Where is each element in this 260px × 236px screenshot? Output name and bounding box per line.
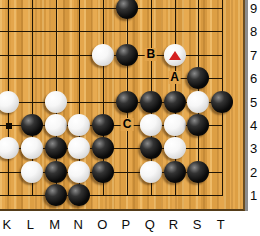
coord-bottom-L: L — [27, 218, 34, 231]
point-label-A-R6[interactable]: A — [168, 71, 181, 84]
coord-bottom-Q: Q — [145, 218, 155, 231]
coord-right-2: 2 — [250, 166, 257, 179]
stone-black-O3[interactable] — [92, 137, 114, 159]
triangle-marker-icon — [169, 51, 181, 60]
point-label-B-Q7[interactable]: B — [144, 48, 157, 61]
grid-line-row-1 — [0, 195, 223, 196]
coord-right-3: 3 — [250, 142, 257, 155]
coord-bottom-N: N — [74, 218, 83, 231]
stone-black-P7[interactable] — [116, 44, 138, 66]
stone-white-R7-marked[interactable] — [164, 44, 186, 66]
coord-right-7: 7 — [250, 49, 257, 62]
stone-black-O2[interactable] — [92, 161, 114, 183]
grid-line-row-9 — [0, 8, 223, 9]
stone-white-Q2[interactable] — [140, 161, 162, 183]
stone-black-M3[interactable] — [45, 137, 67, 159]
stone-black-L4[interactable] — [21, 114, 43, 136]
coord-right-6: 6 — [250, 72, 257, 85]
coord-bottom-P: P — [121, 218, 130, 231]
stone-white-Q4[interactable] — [140, 114, 162, 136]
stone-black-M1[interactable] — [45, 184, 67, 206]
stone-black-R5[interactable] — [164, 91, 186, 113]
stone-white-L3[interactable] — [21, 137, 43, 159]
stone-white-S5[interactable] — [187, 91, 209, 113]
coord-right-5: 5 — [250, 96, 257, 109]
go-board-diagram: BAC KLMNOPQRST987654321 — [0, 0, 260, 236]
stone-black-P5[interactable] — [116, 91, 138, 113]
coord-bottom-O: O — [97, 218, 107, 231]
stone-black-Q3[interactable] — [140, 137, 162, 159]
coord-right-8: 8 — [250, 25, 257, 38]
stone-white-K3[interactable] — [0, 137, 19, 159]
stone-black-S2[interactable] — [187, 161, 209, 183]
stone-black-M2[interactable] — [45, 161, 67, 183]
point-label-C-P4[interactable]: C — [121, 118, 134, 131]
stone-black-T5[interactable] — [211, 91, 233, 113]
stone-white-N4[interactable] — [68, 114, 90, 136]
stone-white-O7[interactable] — [92, 44, 114, 66]
stone-white-R4[interactable] — [164, 114, 186, 136]
board-surface[interactable]: BAC — [0, 0, 245, 211]
coord-right-9: 9 — [250, 2, 257, 15]
stone-black-O4[interactable] — [92, 114, 114, 136]
stone-white-M5[interactable] — [45, 91, 67, 113]
coord-bottom-R: R — [169, 218, 178, 231]
coord-bottom-T: T — [217, 218, 225, 231]
coord-right-1: 1 — [250, 189, 257, 202]
stone-black-R2[interactable] — [164, 161, 186, 183]
stone-black-S4[interactable] — [187, 114, 209, 136]
coord-bottom-K: K — [2, 218, 11, 231]
stone-white-N3[interactable] — [68, 137, 90, 159]
stone-white-M4[interactable] — [45, 114, 67, 136]
stone-white-L2[interactable] — [21, 161, 43, 183]
stone-black-N1[interactable] — [68, 184, 90, 206]
coord-bottom-M: M — [49, 218, 60, 231]
coord-right-4: 4 — [250, 119, 257, 132]
stone-black-S6[interactable] — [187, 67, 209, 89]
stone-white-N2[interactable] — [68, 161, 90, 183]
stone-white-R3[interactable] — [164, 137, 186, 159]
star-point-K4 — [6, 123, 12, 129]
stone-black-P9[interactable] — [116, 0, 138, 19]
coord-bottom-S: S — [193, 218, 202, 231]
stone-black-Q5[interactable] — [140, 91, 162, 113]
stone-white-K5[interactable] — [0, 91, 19, 113]
grid-line-row-8 — [0, 31, 223, 32]
